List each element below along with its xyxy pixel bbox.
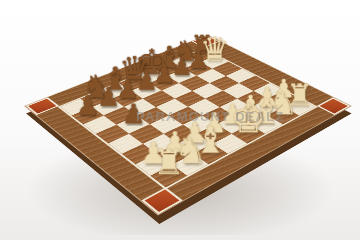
piece-white-knight-g1: ♞ — [283, 115, 312, 148]
piece-white-bishop-f1: ♝ — [266, 124, 297, 158]
piece-white-rook-h1: ♜ — [299, 107, 326, 137]
board-corner-inlay-bottom — [141, 187, 183, 214]
white-rook-glyph: ♜ — [153, 145, 184, 180]
watermark: PARAMOUNT DEALZ — [136, 109, 284, 124]
piece-white-bishop-c1: ♝ — [210, 154, 243, 191]
piece-white-knight-b1: ♞ — [190, 164, 223, 201]
chess-board: ♜♛♟♜♞♟♟♞♝♟♟♝♚♟♟♚♛♟♟♝♟♟♝♞♟♟♟♞♟♟♜ — [24, 35, 352, 216]
product-photo: ♜♛♟♜♞♟♟♞♝♟♟♝♚♟♟♚♛♟♟♝♟♟♝♞♟♟♟♞♟♟♜ PARAMOUN… — [0, 0, 360, 240]
black-pawn-glyph: ♟ — [76, 92, 100, 119]
square-a1: ♜ — [150, 164, 187, 187]
black-pawn-glyph: ♟ — [96, 84, 119, 110]
board-corner-inlay-left — [25, 97, 59, 115]
piece-white-king-e1: ♚ — [248, 134, 284, 175]
